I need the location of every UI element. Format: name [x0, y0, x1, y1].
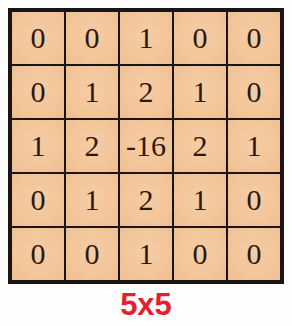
number-grid: 001000121012-16210121000100: [8, 8, 284, 284]
grid-cell: -16: [120, 120, 172, 172]
kernel-figure: 001000121012-16210121000100 5x5: [0, 0, 292, 326]
grid-cell: 1: [228, 120, 280, 172]
grid-cell: 0: [66, 12, 118, 64]
grid-cell: 2: [120, 66, 172, 118]
grid-cell: 0: [228, 174, 280, 226]
grid-cell: 1: [66, 66, 118, 118]
grid-cell: 0: [12, 228, 64, 280]
grid-cell: 0: [174, 228, 226, 280]
grid-cell: 1: [66, 174, 118, 226]
grid-cell: 2: [66, 120, 118, 172]
grid-cell: 0: [228, 12, 280, 64]
grid-cell: 0: [12, 174, 64, 226]
grid-cell: 0: [66, 228, 118, 280]
grid-cell: 1: [120, 228, 172, 280]
grid-cell: 1: [174, 174, 226, 226]
grid-size-caption: 5x5: [0, 289, 292, 320]
grid-cell: 0: [174, 12, 226, 64]
grid-cell: 2: [120, 174, 172, 226]
grid-cell: 1: [120, 12, 172, 64]
grid-cell: 0: [228, 228, 280, 280]
grid-cell: 0: [12, 12, 64, 64]
grid-cell: 0: [228, 66, 280, 118]
grid-cell: 1: [12, 120, 64, 172]
grid-cell: 2: [174, 120, 226, 172]
grid-cell: 1: [174, 66, 226, 118]
grid-cell: 0: [12, 66, 64, 118]
